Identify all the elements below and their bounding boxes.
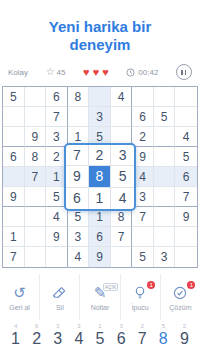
undo-button[interactable]: ↺ Geri al xyxy=(0,274,39,320)
numpad-2[interactable]: 62 xyxy=(26,323,47,348)
cell-r5c6[interactable]: 5 xyxy=(111,166,134,187)
timer: 00:42 xyxy=(126,68,158,77)
cell-r1c6[interactable]: 4 xyxy=(111,87,133,107)
numpad-1[interactable]: 41 xyxy=(5,323,26,348)
cell-r2c9[interactable] xyxy=(175,107,197,127)
cell-r2c6[interactable] xyxy=(111,107,133,127)
numpad-3[interactable]: 33 xyxy=(47,323,68,348)
cell-r5c2[interactable]: 7 xyxy=(25,167,47,187)
solve-button[interactable]: 1 Çözüm xyxy=(160,274,200,320)
number-pad: 416233341536275829 xyxy=(0,323,200,348)
cell-r4c4[interactable]: 7 xyxy=(66,145,89,166)
numpad-count: 3 xyxy=(56,323,59,330)
numpad-6[interactable]: 36 xyxy=(111,323,132,348)
solve-badge: 1 xyxy=(187,281,195,289)
undo-icon: ↺ xyxy=(13,285,26,301)
cell-r1c9[interactable] xyxy=(175,87,197,107)
cell-r7c1[interactable] xyxy=(3,207,25,227)
cell-r4c1[interactable]: 6 xyxy=(3,147,25,167)
cell-r3c9[interactable]: 4 xyxy=(175,127,197,147)
cell-r9c4[interactable]: 4 xyxy=(68,247,90,267)
numpad-count: 2 xyxy=(183,323,186,330)
cell-r9c7[interactable]: 5 xyxy=(132,247,154,267)
numpad-digit: 2 xyxy=(32,330,41,348)
cell-r2c3[interactable]: 7 xyxy=(46,107,68,127)
cell-r8c8[interactable] xyxy=(154,227,176,247)
cell-r9c2[interactable] xyxy=(25,247,47,267)
cell-r6c2[interactable] xyxy=(25,187,47,207)
promo-title: Yeni harika bir deneyim xyxy=(36,18,164,58)
cell-r1c4[interactable]: 8 xyxy=(68,87,90,107)
cell-r1c5[interactable] xyxy=(89,87,111,107)
cell-r1c3[interactable]: 6 xyxy=(46,87,68,107)
pause-icon xyxy=(181,70,183,75)
cell-r9c5[interactable]: 9 xyxy=(89,247,111,267)
numpad-digit: 3 xyxy=(53,330,62,348)
numpad-digit: 1 xyxy=(11,330,20,348)
heart-icon: ♥ xyxy=(102,67,109,78)
numpad-count: 2 xyxy=(141,323,144,330)
erase-button[interactable]: Sil xyxy=(39,274,79,320)
numpad-count: 5 xyxy=(162,323,165,330)
bulb-icon xyxy=(132,284,148,301)
cell-r4c5[interactable]: 2 xyxy=(89,145,112,166)
cell-r6c5[interactable]: 1 xyxy=(89,188,112,209)
cell-r8c6[interactable]: 7 xyxy=(111,227,133,247)
cell-r5c4[interactable]: 9 xyxy=(66,166,89,187)
cell-r3c8[interactable] xyxy=(154,127,176,147)
cell-r2c7[interactable]: 6 xyxy=(132,107,154,127)
cell-r8c9[interactable] xyxy=(175,227,197,247)
cell-r7c3[interactable]: 4 xyxy=(46,207,68,227)
difficulty-label: Kolay xyxy=(8,68,28,77)
cell-r4c9[interactable]: 5 xyxy=(175,147,197,167)
cell-r6c6[interactable]: 4 xyxy=(111,188,134,209)
cell-r9c8[interactable]: 3 xyxy=(154,247,176,267)
cell-r1c1[interactable]: 5 xyxy=(3,87,25,107)
cell-r8c2[interactable] xyxy=(25,227,47,247)
notes-button[interactable]: ✎ AÇIK Notlar xyxy=(79,274,119,320)
numpad-count: 1 xyxy=(98,323,101,330)
cell-r9c3[interactable] xyxy=(46,247,68,267)
numpad-digit: 5 xyxy=(96,330,105,348)
promo-header: Yeni harika bir deneyim xyxy=(0,0,200,58)
cell-r1c8[interactable] xyxy=(154,87,176,107)
hint-button[interactable]: 1 İpucu xyxy=(120,274,160,320)
status-bar: Kolay ☆ 45 ♥♥♥ 00:42 xyxy=(0,58,200,86)
star-count: 45 xyxy=(57,68,66,77)
cell-r9c1[interactable]: 7 xyxy=(3,247,25,267)
cell-r7c8[interactable] xyxy=(154,207,176,227)
clock-icon xyxy=(126,68,135,77)
cell-r7c9[interactable]: 9 xyxy=(175,207,197,227)
cell-r1c2[interactable] xyxy=(25,87,47,107)
numpad-8[interactable]: 58 xyxy=(153,323,174,348)
cell-r5c1[interactable] xyxy=(3,167,25,187)
check-circle-icon xyxy=(172,285,188,301)
cell-r2c8[interactable]: 5 xyxy=(154,107,176,127)
cell-r2c5[interactable]: 3 xyxy=(89,107,111,127)
cell-r5c5[interactable]: 8 xyxy=(89,166,112,187)
pause-button[interactable] xyxy=(176,64,192,80)
notes-toggle-state: AÇIK xyxy=(103,283,119,291)
numpad-5[interactable]: 15 xyxy=(89,323,110,348)
heart-icon: ♥ xyxy=(83,67,90,78)
numpad-digit: 9 xyxy=(180,330,189,348)
timer-value: 00:42 xyxy=(138,68,158,77)
cell-r1c7[interactable] xyxy=(132,87,154,107)
numpad-digit: 8 xyxy=(159,330,168,348)
cell-r8c7[interactable] xyxy=(132,227,154,247)
cell-r3c7[interactable]: 2 xyxy=(132,127,154,147)
numpad-count: 3 xyxy=(77,323,80,330)
hint-badge: 1 xyxy=(147,281,155,289)
cell-r9c9[interactable] xyxy=(175,247,197,267)
numpad-count: 6 xyxy=(35,323,38,330)
cell-r5c9[interactable]: 6 xyxy=(175,167,197,187)
cell-r8c3[interactable]: 9 xyxy=(46,227,68,247)
cell-r3c1[interactable] xyxy=(3,127,25,147)
numpad-4[interactable]: 34 xyxy=(68,323,89,348)
numpad-7[interactable]: 27 xyxy=(132,323,153,348)
star-score: ☆ 45 xyxy=(46,67,66,77)
toolbar: ↺ Geri al Sil ✎ AÇIK Notlar 1 İpucu xyxy=(0,274,200,320)
cell-r2c1[interactable] xyxy=(3,107,25,127)
cell-r6c4[interactable]: 6 xyxy=(66,188,89,209)
cell-r7c2[interactable] xyxy=(25,207,47,227)
cell-r3c2[interactable]: 9 xyxy=(25,127,47,147)
cell-r4c8[interactable] xyxy=(154,147,176,167)
cell-r8c5[interactable]: 6 xyxy=(89,227,111,247)
cell-r7c7[interactable]: 7 xyxy=(132,207,154,227)
cell-r2c2[interactable] xyxy=(25,107,47,127)
cell-r5c8[interactable] xyxy=(154,167,176,187)
numpad-digit: 6 xyxy=(117,330,126,348)
star-icon: ☆ xyxy=(46,67,55,77)
numpad-digit: 7 xyxy=(138,330,147,348)
cell-r9c6[interactable] xyxy=(111,247,133,267)
cell-r6c1[interactable]: 9 xyxy=(3,187,25,207)
active-box: 723985614 xyxy=(64,143,136,211)
numpad-9[interactable]: 29 xyxy=(174,323,195,348)
numpad-digit: 4 xyxy=(74,330,83,348)
board-area: 5684736593152468295714695374518791936774… xyxy=(2,86,198,268)
cell-r2c4[interactable] xyxy=(68,107,90,127)
numpad-count: 3 xyxy=(119,323,122,330)
cell-r8c1[interactable]: 1 xyxy=(3,227,25,247)
cell-r4c6[interactable]: 3 xyxy=(111,145,134,166)
eraser-icon xyxy=(51,284,68,301)
heart-icon: ♥ xyxy=(93,67,100,78)
numpad-count: 4 xyxy=(14,323,17,330)
cell-r6c8[interactable] xyxy=(154,187,176,207)
cell-r6c9[interactable]: 7 xyxy=(175,187,197,207)
lives-hearts: ♥♥♥ xyxy=(83,67,109,78)
cell-r4c2[interactable]: 8 xyxy=(25,147,47,167)
cell-r8c4[interactable]: 3 xyxy=(68,227,90,247)
